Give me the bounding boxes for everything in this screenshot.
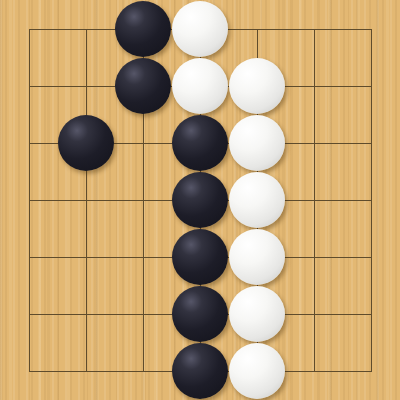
board-intersection[interactable] (343, 286, 400, 343)
board-intersection[interactable] (58, 172, 115, 229)
board-intersection[interactable] (343, 58, 400, 115)
board-intersections (1, 1, 400, 400)
black-stone (172, 115, 228, 171)
board-intersection[interactable] (1, 58, 58, 115)
board-intersection[interactable] (286, 172, 343, 229)
board-intersection[interactable] (229, 286, 286, 343)
board-intersection[interactable] (115, 172, 172, 229)
board-intersection[interactable] (172, 172, 229, 229)
board-intersection[interactable] (229, 58, 286, 115)
black-stone (172, 172, 228, 228)
board-intersection[interactable] (58, 1, 115, 58)
board-intersection[interactable] (229, 1, 286, 58)
board-intersection[interactable] (1, 343, 58, 400)
board-intersection[interactable] (115, 343, 172, 400)
board-intersection[interactable] (1, 229, 58, 286)
board-intersection[interactable] (343, 172, 400, 229)
board-intersection[interactable] (58, 229, 115, 286)
black-stone (115, 1, 171, 57)
board-intersection[interactable] (172, 343, 229, 400)
board-intersection[interactable] (58, 286, 115, 343)
board-intersection[interactable] (286, 58, 343, 115)
white-stone (229, 343, 285, 399)
black-stone (172, 286, 228, 342)
board-intersection[interactable] (172, 286, 229, 343)
go-board (0, 0, 400, 400)
white-stone (172, 58, 228, 114)
board-intersection[interactable] (1, 115, 58, 172)
black-stone (172, 343, 228, 399)
board-intersection[interactable] (343, 1, 400, 58)
board-intersection[interactable] (58, 115, 115, 172)
board-intersection[interactable] (172, 1, 229, 58)
board-intersection[interactable] (286, 1, 343, 58)
board-intersection[interactable] (115, 58, 172, 115)
board-intersection[interactable] (343, 343, 400, 400)
black-stone (172, 229, 228, 285)
white-stone (229, 58, 285, 114)
board-intersection[interactable] (343, 115, 400, 172)
board-intersection[interactable] (286, 115, 343, 172)
board-intersection[interactable] (172, 229, 229, 286)
board-intersection[interactable] (343, 229, 400, 286)
board-intersection[interactable] (115, 1, 172, 58)
black-stone (115, 58, 171, 114)
board-intersection[interactable] (58, 343, 115, 400)
board-intersection[interactable] (1, 1, 58, 58)
board-intersection[interactable] (58, 58, 115, 115)
white-stone (229, 172, 285, 228)
board-intersection[interactable] (1, 286, 58, 343)
board-intersection[interactable] (229, 229, 286, 286)
board-intersection[interactable] (115, 229, 172, 286)
board-intersection[interactable] (229, 172, 286, 229)
board-intersection[interactable] (229, 343, 286, 400)
board-intersection[interactable] (115, 286, 172, 343)
white-stone (229, 115, 285, 171)
black-stone (58, 115, 114, 171)
board-intersection[interactable] (286, 229, 343, 286)
white-stone (229, 286, 285, 342)
board-intersection[interactable] (229, 115, 286, 172)
board-intersection[interactable] (172, 58, 229, 115)
board-intersection[interactable] (286, 286, 343, 343)
board-intersection[interactable] (286, 343, 343, 400)
board-intersection[interactable] (1, 172, 58, 229)
board-intersection[interactable] (115, 115, 172, 172)
board-intersection[interactable] (172, 115, 229, 172)
white-stone (229, 229, 285, 285)
white-stone (172, 1, 228, 57)
